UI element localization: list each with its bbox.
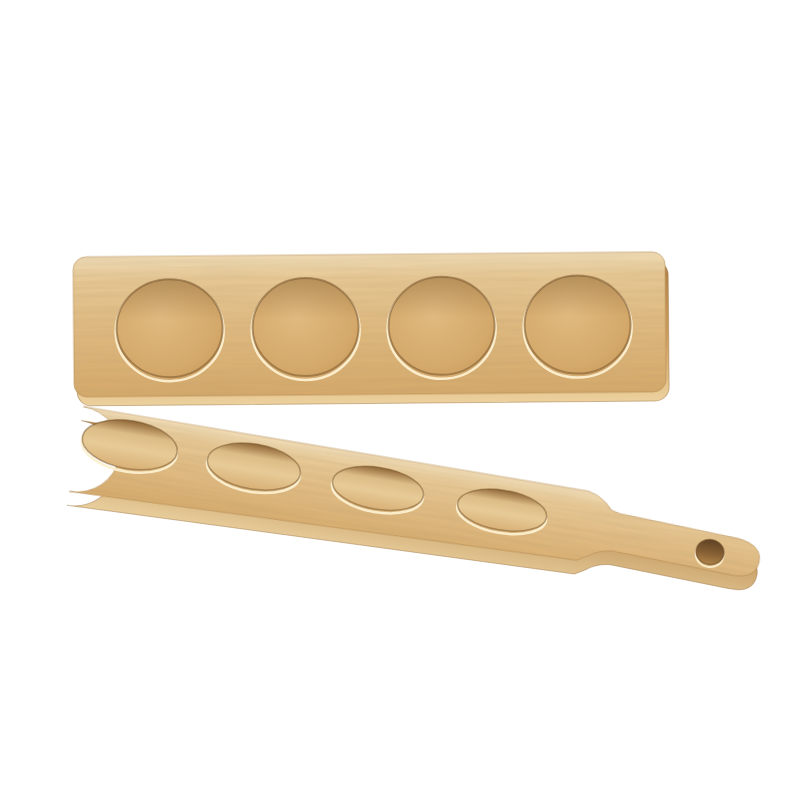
glass-recess-2 bbox=[251, 278, 360, 381]
glass-recess-1 bbox=[115, 279, 224, 382]
recess-inner-shadow bbox=[252, 278, 359, 377]
glass-recess-3 bbox=[387, 276, 496, 379]
glass-recess-4 bbox=[523, 275, 632, 378]
recess-inner-shadow bbox=[388, 276, 495, 375]
product-photo: Product photo of a two-piece natural woo… bbox=[0, 0, 800, 800]
recess-inner-shadow bbox=[524, 275, 631, 374]
product-photo-canvas: Product photo of a two-piece natural woo… bbox=[0, 0, 800, 800]
recess-inner-shadow bbox=[116, 279, 223, 378]
flight-board bbox=[73, 252, 669, 406]
